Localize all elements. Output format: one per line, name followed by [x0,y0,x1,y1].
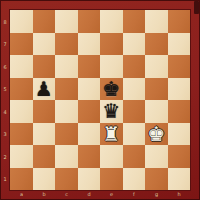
square-g4[interactable] [145,100,168,123]
square-c3[interactable] [55,123,78,146]
square-d1[interactable] [78,168,101,191]
square-a5[interactable] [10,78,33,101]
square-f2[interactable] [123,145,146,168]
black-king-e5[interactable]: ♚ [102,78,120,101]
square-h1[interactable] [168,168,191,191]
square-b2[interactable] [33,145,56,168]
file-label-d: d [85,191,93,197]
rank-label-3: 3 [1,131,9,137]
file-label-h: h [175,191,183,197]
rank-label-7: 7 [1,41,9,47]
square-f8[interactable] [123,10,146,33]
white-rook-e3[interactable]: ♜ [102,123,120,146]
square-c6[interactable] [55,55,78,78]
square-g3[interactable]: ♚ [145,123,168,146]
square-e6[interactable] [100,55,123,78]
square-h2[interactable] [168,145,191,168]
square-a8[interactable] [10,10,33,33]
square-c8[interactable] [55,10,78,33]
black-pawn-b5[interactable]: ♟ [35,78,53,101]
square-e1[interactable] [100,168,123,191]
white-king-g3[interactable]: ♚ [147,123,165,146]
square-g2[interactable] [145,145,168,168]
square-c5[interactable] [55,78,78,101]
square-f1[interactable] [123,168,146,191]
square-b1[interactable] [33,168,56,191]
square-g7[interactable] [145,33,168,56]
square-e2[interactable] [100,145,123,168]
rank-label-8: 8 [1,19,9,25]
square-a7[interactable] [10,33,33,56]
file-label-c: c [63,191,71,197]
square-b4[interactable] [33,100,56,123]
square-g1[interactable] [145,168,168,191]
square-f4[interactable] [123,100,146,123]
square-d7[interactable] [78,33,101,56]
square-d5[interactable] [78,78,101,101]
square-f3[interactable] [123,123,146,146]
square-g8[interactable] [145,10,168,33]
rank-label-1: 1 [1,176,9,182]
file-label-e: e [108,191,116,197]
square-e8[interactable] [100,10,123,33]
square-e7[interactable] [100,33,123,56]
square-b8[interactable] [33,10,56,33]
square-b5[interactable]: ♟ [33,78,56,101]
square-g6[interactable] [145,55,168,78]
square-d6[interactable] [78,55,101,78]
square-a6[interactable] [10,55,33,78]
black-queen-e4[interactable]: ♛ [102,100,120,123]
square-g5[interactable] [145,78,168,101]
square-b7[interactable] [33,33,56,56]
square-h5[interactable] [168,78,191,101]
chess-diagram: ♟♚♛♜♚ 87654321abcdefgh [0,0,200,200]
chess-board: ♟♚♛♜♚ [10,10,190,190]
square-d4[interactable] [78,100,101,123]
square-c4[interactable] [55,100,78,123]
square-e5[interactable]: ♚ [100,78,123,101]
square-c7[interactable] [55,33,78,56]
square-h6[interactable] [168,55,191,78]
square-f7[interactable] [123,33,146,56]
square-b6[interactable] [33,55,56,78]
rank-label-4: 4 [1,109,9,115]
square-h7[interactable] [168,33,191,56]
square-e4[interactable]: ♛ [100,100,123,123]
square-e3[interactable]: ♜ [100,123,123,146]
square-a4[interactable] [10,100,33,123]
square-d8[interactable] [78,10,101,33]
square-f6[interactable] [123,55,146,78]
square-h3[interactable] [168,123,191,146]
square-f5[interactable] [123,78,146,101]
square-a3[interactable] [10,123,33,146]
square-a2[interactable] [10,145,33,168]
square-d2[interactable] [78,145,101,168]
rank-label-5: 5 [1,86,9,92]
file-label-b: b [40,191,48,197]
rank-label-6: 6 [1,64,9,70]
square-c1[interactable] [55,168,78,191]
square-b3[interactable] [33,123,56,146]
rank-label-2: 2 [1,154,9,160]
square-d3[interactable] [78,123,101,146]
file-label-f: f [130,191,138,197]
file-label-a: a [18,191,26,197]
black-to-move-indicator [194,1,199,14]
file-label-g: g [153,191,161,197]
square-a1[interactable] [10,168,33,191]
square-h4[interactable] [168,100,191,123]
square-h8[interactable] [168,10,191,33]
square-c2[interactable] [55,145,78,168]
